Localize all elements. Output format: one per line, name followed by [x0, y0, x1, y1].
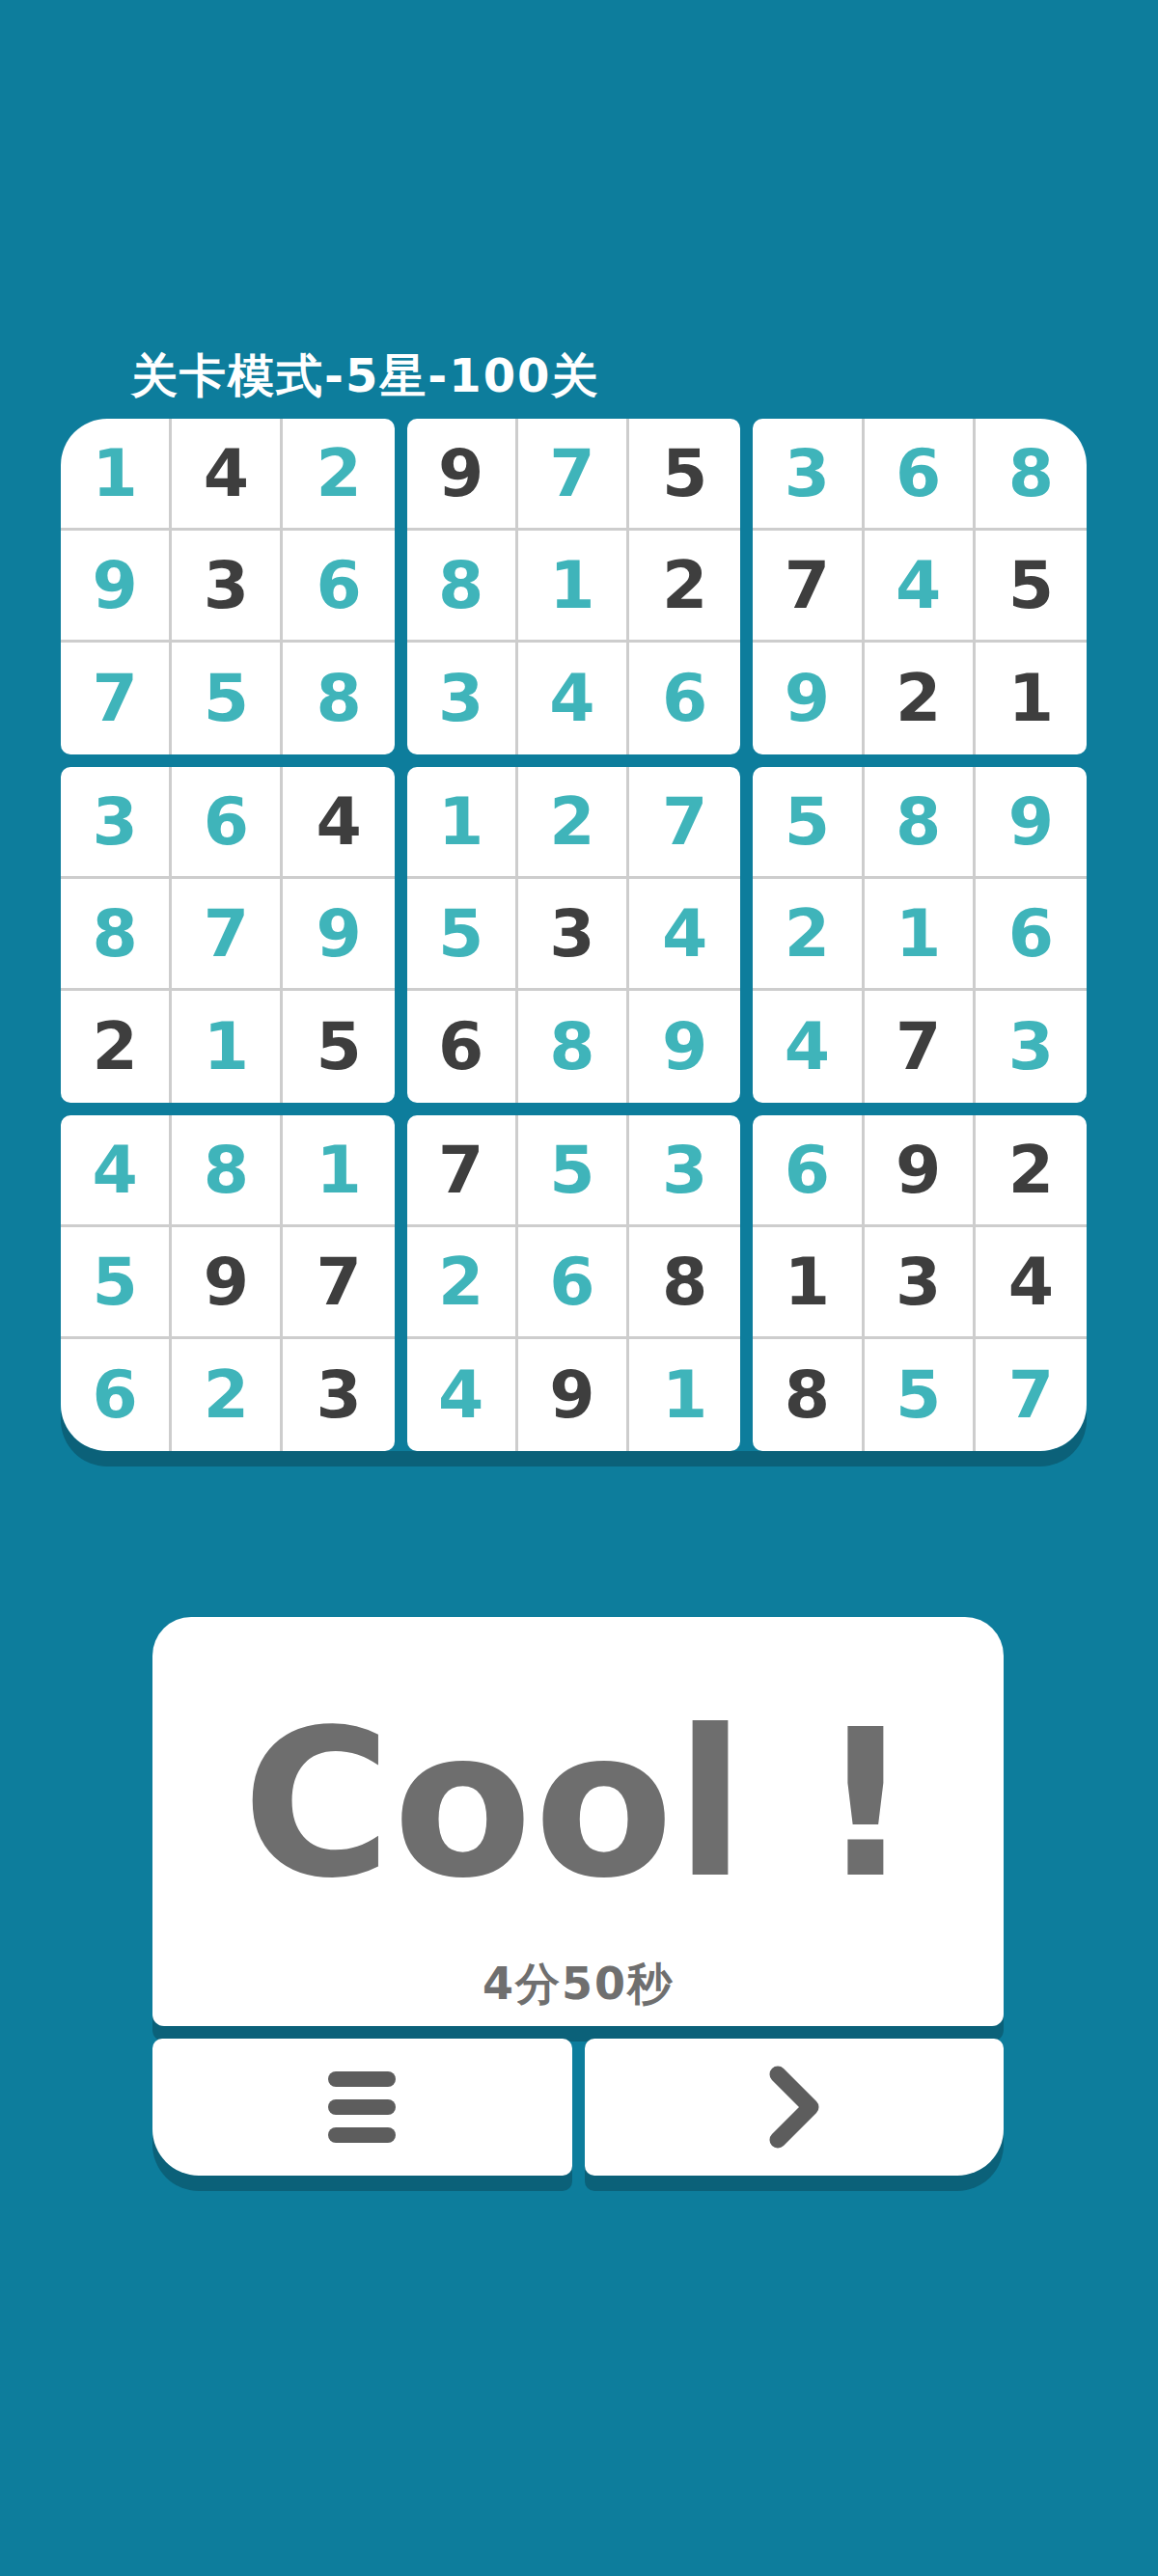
sudoku-box: 127534689 [407, 767, 741, 1103]
sudoku-cell-r9c5[interactable]: 9 [518, 1339, 629, 1451]
sudoku-cell-r7c3[interactable]: 1 [283, 1115, 394, 1227]
sudoku-cell-r8c9[interactable]: 4 [976, 1227, 1087, 1339]
sudoku-box: 975812346 [407, 419, 741, 754]
sudoku-cell-r5c1[interactable]: 8 [61, 879, 172, 991]
sudoku-cell-r3c4[interactable]: 3 [407, 643, 518, 754]
sudoku-cell-r5c2[interactable]: 7 [172, 879, 283, 991]
result-time: 4分50秒 [482, 1955, 674, 2014]
sudoku-cell-r2c5[interactable]: 1 [518, 531, 629, 643]
sudoku-cell-r3c8[interactable]: 2 [865, 643, 976, 754]
sudoku-cell-r5c3[interactable]: 9 [283, 879, 394, 991]
sudoku-cell-r5c4[interactable]: 5 [407, 879, 518, 991]
sudoku-cell-r8c2[interactable]: 9 [172, 1227, 283, 1339]
sudoku-cell-r3c6[interactable]: 6 [629, 643, 740, 754]
sudoku-box: 142936758 [61, 419, 395, 754]
sudoku-cell-r6c8[interactable]: 7 [865, 991, 976, 1103]
sudoku-cell-r8c4[interactable]: 2 [407, 1227, 518, 1339]
sudoku-cell-r4c6[interactable]: 7 [629, 767, 740, 879]
sudoku-cell-r1c9[interactable]: 8 [976, 419, 1087, 531]
sudoku-cell-r2c6[interactable]: 2 [629, 531, 740, 643]
sudoku-cell-r9c1[interactable]: 6 [61, 1339, 172, 1451]
sudoku-cell-r1c7[interactable]: 3 [753, 419, 864, 531]
menu-button[interactable] [152, 2039, 572, 2176]
sudoku-cell-r4c3[interactable]: 4 [283, 767, 394, 879]
sudoku-cell-r6c5[interactable]: 8 [518, 991, 629, 1103]
sudoku-cell-r4c2[interactable]: 6 [172, 767, 283, 879]
sudoku-cell-r6c6[interactable]: 9 [629, 991, 740, 1103]
sudoku-box: 364879215 [61, 767, 395, 1103]
sudoku-cell-r8c5[interactable]: 6 [518, 1227, 629, 1339]
sudoku-box: 368745921 [753, 419, 1087, 754]
sudoku-cell-r1c1[interactable]: 1 [61, 419, 172, 531]
sudoku-cell-r2c8[interactable]: 4 [865, 531, 976, 643]
sudoku-cell-r2c9[interactable]: 5 [976, 531, 1087, 643]
result-card: Cool ! 4分50秒 [152, 1617, 1004, 2026]
sudoku-cell-r4c4[interactable]: 1 [407, 767, 518, 879]
sudoku-cell-r1c5[interactable]: 7 [518, 419, 629, 531]
sudoku-cell-r9c4[interactable]: 4 [407, 1339, 518, 1451]
sudoku-box: 481597623 [61, 1115, 395, 1451]
sudoku-cell-r1c8[interactable]: 6 [865, 419, 976, 531]
sudoku-cell-r3c1[interactable]: 7 [61, 643, 172, 754]
sudoku-cell-r1c3[interactable]: 2 [283, 419, 394, 531]
sudoku-board: 1429367589758123463687459213648792151275… [61, 419, 1087, 1451]
sudoku-box: 589216473 [753, 767, 1087, 1103]
sudoku-cell-r2c3[interactable]: 6 [283, 531, 394, 643]
sudoku-cell-r6c3[interactable]: 5 [283, 991, 394, 1103]
next-level-button[interactable] [585, 2039, 1005, 2176]
sudoku-cell-r9c6[interactable]: 1 [629, 1339, 740, 1451]
sudoku-cell-r2c1[interactable]: 9 [61, 531, 172, 643]
sudoku-cell-r8c3[interactable]: 7 [283, 1227, 394, 1339]
result-headline: Cool ! [242, 1699, 914, 1911]
sudoku-cell-r1c2[interactable]: 4 [172, 419, 283, 531]
sudoku-cell-r3c5[interactable]: 4 [518, 643, 629, 754]
chevron-right-icon [769, 2066, 819, 2149]
sudoku-cell-r6c7[interactable]: 4 [753, 991, 864, 1103]
level-title: 关卡模式-5星-100关 [131, 345, 599, 407]
sudoku-box: 753268491 [407, 1115, 741, 1451]
sudoku-cell-r6c4[interactable]: 6 [407, 991, 518, 1103]
sudoku-cell-r2c7[interactable]: 7 [753, 531, 864, 643]
sudoku-cell-r5c7[interactable]: 2 [753, 879, 864, 991]
sudoku-cell-r3c3[interactable]: 8 [283, 643, 394, 754]
sudoku-cell-r7c4[interactable]: 7 [407, 1115, 518, 1227]
sudoku-cell-r9c2[interactable]: 2 [172, 1339, 283, 1451]
sudoku-cell-r3c2[interactable]: 5 [172, 643, 283, 754]
sudoku-cell-r3c7[interactable]: 9 [753, 643, 864, 754]
sudoku-cell-r7c9[interactable]: 2 [976, 1115, 1087, 1227]
sudoku-cell-r6c9[interactable]: 3 [976, 991, 1087, 1103]
sudoku-cell-r8c7[interactable]: 1 [753, 1227, 864, 1339]
result-actions [152, 2039, 1004, 2176]
sudoku-cell-r7c8[interactable]: 9 [865, 1115, 976, 1227]
sudoku-cell-r1c6[interactable]: 5 [629, 419, 740, 531]
sudoku-cell-r7c1[interactable]: 4 [61, 1115, 172, 1227]
sudoku-cell-r6c1[interactable]: 2 [61, 991, 172, 1103]
sudoku-cell-r7c2[interactable]: 8 [172, 1115, 283, 1227]
sudoku-cell-r7c7[interactable]: 6 [753, 1115, 864, 1227]
sudoku-cell-r7c5[interactable]: 5 [518, 1115, 629, 1227]
sudoku-cell-r4c7[interactable]: 5 [753, 767, 864, 879]
sudoku-cell-r5c9[interactable]: 6 [976, 879, 1087, 991]
sudoku-cell-r9c7[interactable]: 8 [753, 1339, 864, 1451]
sudoku-cell-r4c5[interactable]: 2 [518, 767, 629, 879]
sudoku-cell-r9c8[interactable]: 5 [865, 1339, 976, 1451]
sudoku-cell-r9c3[interactable]: 3 [283, 1339, 394, 1451]
sudoku-cell-r9c9[interactable]: 7 [976, 1339, 1087, 1451]
sudoku-cell-r8c1[interactable]: 5 [61, 1227, 172, 1339]
sudoku-cell-r3c9[interactable]: 1 [976, 643, 1087, 754]
hamburger-icon [328, 2071, 396, 2143]
sudoku-cell-r2c2[interactable]: 3 [172, 531, 283, 643]
sudoku-cell-r5c6[interactable]: 4 [629, 879, 740, 991]
sudoku-cell-r5c8[interactable]: 1 [865, 879, 976, 991]
sudoku-cell-r8c8[interactable]: 3 [865, 1227, 976, 1339]
sudoku-cell-r4c8[interactable]: 8 [865, 767, 976, 879]
sudoku-cell-r4c1[interactable]: 3 [61, 767, 172, 879]
sudoku-cell-r6c2[interactable]: 1 [172, 991, 283, 1103]
sudoku-cell-r5c5[interactable]: 3 [518, 879, 629, 991]
sudoku-cell-r2c4[interactable]: 8 [407, 531, 518, 643]
sudoku-cell-r8c6[interactable]: 8 [629, 1227, 740, 1339]
sudoku-cell-r1c4[interactable]: 9 [407, 419, 518, 531]
sudoku-cell-r4c9[interactable]: 9 [976, 767, 1087, 879]
sudoku-box: 692134857 [753, 1115, 1087, 1451]
sudoku-cell-r7c6[interactable]: 3 [629, 1115, 740, 1227]
